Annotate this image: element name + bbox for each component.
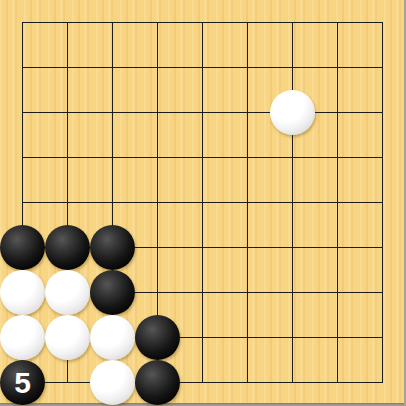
black-stone[interactable] [45, 225, 90, 270]
black-stone[interactable] [90, 270, 135, 315]
white-stone[interactable] [90, 315, 135, 360]
white-stone[interactable] [45, 315, 90, 360]
move-number-label: 5 [0, 360, 45, 405]
black-stone[interactable] [90, 225, 135, 270]
white-stone[interactable] [0, 270, 45, 315]
white-stone[interactable] [45, 270, 90, 315]
black-stone[interactable] [135, 315, 180, 360]
white-stone[interactable] [270, 90, 315, 135]
black-stone[interactable] [135, 360, 180, 405]
black-stone[interactable] [0, 225, 45, 270]
white-stone[interactable] [90, 360, 135, 405]
black-stone[interactable]: 5 [0, 360, 45, 405]
white-stone[interactable] [0, 315, 45, 360]
go-board[interactable]: 5 [0, 0, 406, 406]
